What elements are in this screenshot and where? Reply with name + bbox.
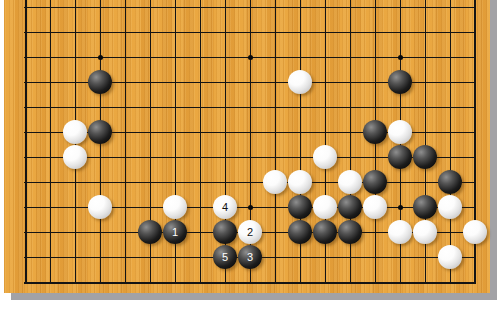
stone-white (313, 195, 337, 219)
stone-black (363, 120, 387, 144)
stone-white (388, 220, 412, 244)
move-number: 4 (222, 202, 228, 213)
stone-black (388, 145, 412, 169)
stone-white (438, 195, 462, 219)
stone-white (438, 245, 462, 269)
stone-white (338, 170, 362, 194)
stone-black-move-1: 1 (163, 220, 187, 244)
stone-white (263, 170, 287, 194)
stone-black-move-5: 5 (213, 245, 237, 269)
stone-black (438, 170, 462, 194)
stone-white-move-4: 4 (213, 195, 237, 219)
stone-white (413, 220, 437, 244)
stone-white (63, 145, 87, 169)
go-board[interactable]: 41253 (0, 0, 500, 310)
stone-black (413, 195, 437, 219)
stone-white (63, 120, 87, 144)
stone-black (288, 195, 312, 219)
stone-black (88, 70, 112, 94)
stone-black (338, 195, 362, 219)
stone-white-move-2: 2 (238, 220, 262, 244)
move-number: 1 (172, 227, 178, 238)
stone-white (88, 195, 112, 219)
stone-black (413, 145, 437, 169)
stone-black-move-3: 3 (238, 245, 262, 269)
stone-black (313, 220, 337, 244)
stone-black (213, 220, 237, 244)
stone-black (88, 120, 112, 144)
stone-white (163, 195, 187, 219)
move-number: 5 (222, 252, 228, 263)
stone-black (288, 220, 312, 244)
stone-black (388, 70, 412, 94)
stone-white (313, 145, 337, 169)
stone-white (288, 70, 312, 94)
stone-white (363, 195, 387, 219)
stone-white (388, 120, 412, 144)
stone-black (338, 220, 362, 244)
stone-black (363, 170, 387, 194)
stone-black (138, 220, 162, 244)
move-number: 3 (247, 252, 253, 263)
go-diagram: 41253 (0, 0, 500, 310)
stone-white (463, 220, 487, 244)
stone-white (288, 170, 312, 194)
move-number: 2 (247, 227, 253, 238)
